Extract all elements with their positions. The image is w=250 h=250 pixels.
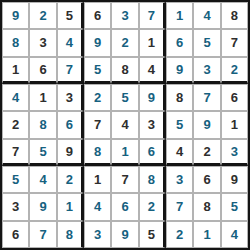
sudoku-cell-r7c6[interactable]: 8	[139, 166, 166, 193]
sudoku-cell-r2c4[interactable]: 9	[84, 29, 111, 56]
sudoku-cell-r6c5[interactable]: 1	[111, 139, 138, 166]
sudoku-cell-r2c5[interactable]: 2	[111, 29, 138, 56]
sudoku-cell-r8c8[interactable]: 8	[193, 193, 220, 220]
sudoku-cell-r4c9[interactable]: 6	[221, 84, 248, 111]
sudoku-cell-r7c9[interactable]: 9	[221, 166, 248, 193]
sudoku-cell-r7c4[interactable]: 1	[84, 166, 111, 193]
sudoku-cell-r5c3[interactable]: 6	[57, 111, 84, 138]
sudoku-cell-r8c5[interactable]: 6	[111, 193, 138, 220]
sudoku-board: 9256371488349216571675849324132598762867…	[0, 0, 250, 250]
sudoku-cell-r6c2[interactable]: 5	[29, 139, 56, 166]
sudoku-cell-r8c3[interactable]: 1	[57, 193, 84, 220]
sudoku-cell-r3c8[interactable]: 3	[193, 57, 220, 84]
sudoku-cell-r1c5[interactable]: 3	[111, 2, 138, 29]
sudoku-cell-r9c3[interactable]: 8	[57, 221, 84, 248]
sudoku-cell-r5c9[interactable]: 1	[221, 111, 248, 138]
sudoku-cell-r6c1[interactable]: 7	[2, 139, 29, 166]
sudoku-cell-r7c2[interactable]: 4	[29, 166, 56, 193]
sudoku-cell-r2c9[interactable]: 7	[221, 29, 248, 56]
sudoku-cell-r1c4[interactable]: 6	[84, 2, 111, 29]
sudoku-cell-r7c5[interactable]: 7	[111, 166, 138, 193]
sudoku-cell-r6c8[interactable]: 2	[193, 139, 220, 166]
sudoku-cell-r8c6[interactable]: 2	[139, 193, 166, 220]
sudoku-cell-r1c1[interactable]: 9	[2, 2, 29, 29]
sudoku-cell-r5c2[interactable]: 8	[29, 111, 56, 138]
sudoku-cell-r9c2[interactable]: 7	[29, 221, 56, 248]
sudoku-cell-r4c5[interactable]: 5	[111, 84, 138, 111]
sudoku-cell-r9c1[interactable]: 6	[2, 221, 29, 248]
sudoku-cell-r1c2[interactable]: 2	[29, 2, 56, 29]
sudoku-cell-r4c2[interactable]: 1	[29, 84, 56, 111]
sudoku-cell-r3c4[interactable]: 5	[84, 57, 111, 84]
sudoku-cell-r8c9[interactable]: 5	[221, 193, 248, 220]
sudoku-cell-r6c7[interactable]: 4	[166, 139, 193, 166]
sudoku-cell-r2c7[interactable]: 6	[166, 29, 193, 56]
sudoku-cell-r7c3[interactable]: 2	[57, 166, 84, 193]
sudoku-cell-r5c8[interactable]: 9	[193, 111, 220, 138]
sudoku-cell-r8c4[interactable]: 4	[84, 193, 111, 220]
sudoku-cell-r4c4[interactable]: 2	[84, 84, 111, 111]
sudoku-cell-r6c6[interactable]: 6	[139, 139, 166, 166]
sudoku-cell-r3c9[interactable]: 2	[221, 57, 248, 84]
sudoku-cell-r3c1[interactable]: 1	[2, 57, 29, 84]
sudoku-cell-r4c8[interactable]: 7	[193, 84, 220, 111]
sudoku-cell-r4c6[interactable]: 9	[139, 84, 166, 111]
sudoku-cell-r3c5[interactable]: 8	[111, 57, 138, 84]
sudoku-cell-r2c1[interactable]: 8	[2, 29, 29, 56]
sudoku-cell-r8c7[interactable]: 7	[166, 193, 193, 220]
sudoku-cell-r9c4[interactable]: 3	[84, 221, 111, 248]
sudoku-cell-r7c8[interactable]: 6	[193, 166, 220, 193]
sudoku-cell-r7c7[interactable]: 3	[166, 166, 193, 193]
sudoku-cell-r2c2[interactable]: 3	[29, 29, 56, 56]
sudoku-cell-r9c5[interactable]: 9	[111, 221, 138, 248]
sudoku-cell-r6c3[interactable]: 9	[57, 139, 84, 166]
sudoku-cell-r4c1[interactable]: 4	[2, 84, 29, 111]
sudoku-cell-r5c1[interactable]: 2	[2, 111, 29, 138]
sudoku-cell-r3c3[interactable]: 7	[57, 57, 84, 84]
sudoku-cell-r4c3[interactable]: 3	[57, 84, 84, 111]
sudoku-cell-r1c9[interactable]: 8	[221, 2, 248, 29]
sudoku-cell-r1c7[interactable]: 1	[166, 2, 193, 29]
sudoku-cell-r5c4[interactable]: 7	[84, 111, 111, 138]
sudoku-cell-r3c6[interactable]: 4	[139, 57, 166, 84]
sudoku-cell-r7c1[interactable]: 5	[2, 166, 29, 193]
sudoku-cell-r2c6[interactable]: 1	[139, 29, 166, 56]
sudoku-cell-r5c5[interactable]: 4	[111, 111, 138, 138]
sudoku-cell-r8c2[interactable]: 9	[29, 193, 56, 220]
sudoku-cell-r5c6[interactable]: 3	[139, 111, 166, 138]
sudoku-cell-r1c6[interactable]: 7	[139, 2, 166, 29]
sudoku-cell-r4c7[interactable]: 8	[166, 84, 193, 111]
sudoku-cell-r2c3[interactable]: 4	[57, 29, 84, 56]
sudoku-cell-r3c7[interactable]: 9	[166, 57, 193, 84]
sudoku-cell-r6c9[interactable]: 3	[221, 139, 248, 166]
sudoku-cell-r9c6[interactable]: 5	[139, 221, 166, 248]
sudoku-cell-r8c1[interactable]: 3	[2, 193, 29, 220]
sudoku-cell-r9c8[interactable]: 1	[193, 221, 220, 248]
sudoku-cell-r9c7[interactable]: 2	[166, 221, 193, 248]
sudoku-cell-r1c8[interactable]: 4	[193, 2, 220, 29]
sudoku-cell-r5c7[interactable]: 5	[166, 111, 193, 138]
sudoku-cell-r9c9[interactable]: 4	[221, 221, 248, 248]
sudoku-cell-r2c8[interactable]: 5	[193, 29, 220, 56]
sudoku-cell-r3c2[interactable]: 6	[29, 57, 56, 84]
sudoku-cell-r1c3[interactable]: 5	[57, 2, 84, 29]
sudoku-cell-r6c4[interactable]: 8	[84, 139, 111, 166]
